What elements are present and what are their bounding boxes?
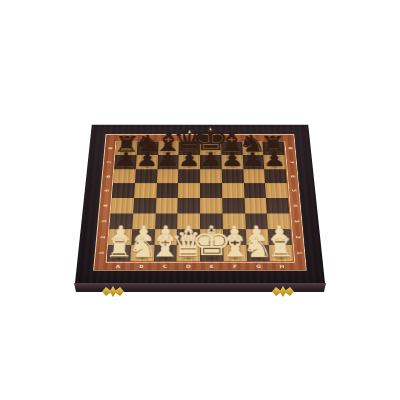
rank-label-right-5: 5 <box>282 188 304 194</box>
file-label-g: G <box>247 263 271 269</box>
square-g6[interactable] <box>243 169 265 183</box>
board-frame: ABCDEFGH8765432187654321 ♜♞♝♛♚♝♞♜♟♟♟♟♟♟♟… <box>75 125 325 283</box>
square-f5[interactable] <box>222 183 244 198</box>
square-b6[interactable] <box>135 169 157 183</box>
piece-black-pawn-a7[interactable]: ♟ <box>114 155 136 169</box>
square-g5[interactable] <box>243 183 266 198</box>
piece-black-pawn-h7[interactable]: ♟ <box>264 155 286 169</box>
square-d4[interactable] <box>178 198 200 213</box>
square-e5[interactable] <box>200 183 222 198</box>
piece-black-pawn-f7[interactable]: ♟ <box>221 155 243 169</box>
square-b5[interactable] <box>134 183 157 198</box>
piece-black-pawn-b7[interactable]: ♟ <box>136 155 158 169</box>
black-pawn-glyph: ♟ <box>156 150 179 169</box>
square-c6[interactable] <box>157 169 179 183</box>
black-pawn-glyph: ♟ <box>114 150 138 169</box>
square-f6[interactable] <box>221 169 243 183</box>
square-f4[interactable] <box>222 198 245 213</box>
royal-finial-icon <box>209 127 212 130</box>
white-rook-glyph: ♜ <box>266 236 296 262</box>
product-photo-canvas: ABCDEFGH8765432187654321 ♜♞♝♛♚♝♞♜♟♟♟♟♟♟♟… <box>0 0 400 400</box>
rank-label-left-4: 4 <box>94 203 117 209</box>
royal-finial-icon <box>187 231 190 235</box>
chess-box-lid: ABCDEFGH8765432187654321 ♜♞♝♛♚♝♞♜♟♟♟♟♟♟♟… <box>75 33 325 283</box>
rank-label-left-6: 6 <box>97 173 119 179</box>
square-e4[interactable] <box>200 198 222 213</box>
piece-black-pawn-g7[interactable]: ♟ <box>242 155 264 169</box>
piece-black-pawn-d7[interactable]: ♟ <box>179 155 200 169</box>
square-d5[interactable] <box>178 183 200 198</box>
file-label-e: E <box>200 263 223 269</box>
black-pawn-glyph: ♟ <box>199 150 222 169</box>
file-label-f: F <box>223 263 247 269</box>
square-g4[interactable] <box>244 198 267 213</box>
black-pawn-glyph: ♟ <box>178 150 201 169</box>
square-c4[interactable] <box>155 198 178 213</box>
piece-black-pawn-e7[interactable]: ♟ <box>200 155 221 169</box>
file-label-d: D <box>177 263 200 269</box>
square-b4[interactable] <box>133 198 156 213</box>
file-label-h: H <box>270 263 294 269</box>
file-label-b: B <box>130 263 154 269</box>
black-pawn-glyph: ♟ <box>242 150 265 169</box>
rank-label-right-6: 6 <box>281 173 303 179</box>
rank-label-right-4: 4 <box>284 203 307 209</box>
square-c5[interactable] <box>156 183 178 198</box>
file-label-c: C <box>153 263 177 269</box>
file-label-a: A <box>106 263 130 269</box>
piece-black-pawn-c7[interactable]: ♟ <box>157 155 179 169</box>
royal-finial-icon <box>210 227 213 231</box>
black-pawn-glyph: ♟ <box>263 150 287 169</box>
square-d6[interactable] <box>178 169 200 183</box>
square-e6[interactable] <box>200 169 222 183</box>
black-pawn-glyph: ♟ <box>135 150 158 169</box>
rank-label-left-5: 5 <box>95 188 117 194</box>
black-pawn-glyph: ♟ <box>220 150 243 169</box>
piece-white-rook-h1[interactable]: ♜ <box>269 245 293 262</box>
